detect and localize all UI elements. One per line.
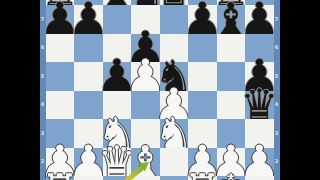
square-h7[interactable]: ♟	[245, 5, 274, 34]
rank-labels-right: 87654321	[274, 0, 280, 180]
square-d1[interactable]	[131, 176, 160, 180]
square-h1[interactable]	[245, 176, 274, 180]
square-g1[interactable]: ♚	[217, 176, 246, 180]
board-squares[interactable]: ♜♝♞♚♜♟♟♟♝♟♟♟♟♞♟♟♛♞♞♟♟♛♝♟♟♟♜♜♚	[46, 0, 274, 180]
rank-label-right: 5	[274, 62, 280, 91]
white-rook[interactable]: ♜	[41, 169, 79, 180]
square-b1[interactable]	[74, 176, 103, 180]
square-h4[interactable]: ♛	[245, 91, 274, 120]
rank-label-right: 2	[274, 148, 280, 177]
square-b7[interactable]: ♟	[74, 5, 103, 34]
rank-label-right: 6	[274, 34, 280, 63]
square-a1[interactable]: ♜	[46, 176, 75, 180]
chess-board: 87654321 ♜♝♞♚♜♟♟♟♝♟♟♟♟♞♟♟♛♞♞♟♟♛♝♟♟♟♜♜♚ 8…	[40, 0, 280, 180]
chess-thumbnail: 87654321 ♜♝♞♚♜♟♟♟♝♟♟♟♟♞♟♟♛♞♞♟♟♛♝♟♟♟♜♜♚ 8…	[0, 0, 320, 180]
square-d2[interactable]: ♝	[131, 148, 160, 177]
rank-label-right: 3	[274, 119, 280, 148]
rank-label-right: 4	[274, 91, 280, 120]
rank-label-right: 7	[274, 5, 280, 34]
square-a5[interactable]	[46, 62, 75, 91]
rank-label-right: 1	[274, 176, 280, 180]
square-c1[interactable]	[103, 176, 132, 180]
square-a6[interactable]	[46, 34, 75, 63]
square-a4[interactable]	[46, 91, 75, 120]
